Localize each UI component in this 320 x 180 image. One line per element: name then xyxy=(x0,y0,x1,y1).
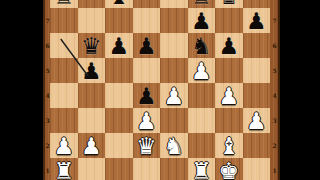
piece-white-rook: ♜ xyxy=(53,160,74,180)
square-c2[interactable] xyxy=(105,133,133,158)
square-c4[interactable] xyxy=(105,83,133,108)
rank-label-left-3: 3 xyxy=(44,117,51,124)
square-f8[interactable]: ♜ xyxy=(188,0,216,8)
piece-black-pawn: ♟ xyxy=(81,60,102,83)
piece-black-pawn: ♟ xyxy=(136,35,157,58)
piece-white-pawn: ♟ xyxy=(81,135,102,158)
piece-black-pawn: ♟ xyxy=(246,10,267,33)
piece-white-rook: ♜ xyxy=(191,160,212,180)
piece-black-pawn: ♟ xyxy=(218,35,239,58)
rank-label-left-2: 2 xyxy=(44,142,51,149)
square-a2[interactable]: ♟ xyxy=(50,133,78,158)
piece-white-knight: ♞ xyxy=(163,135,184,158)
square-c6[interactable]: ♟ xyxy=(105,33,133,58)
square-g3[interactable] xyxy=(215,108,243,133)
square-c3[interactable] xyxy=(105,108,133,133)
square-g2[interactable]: ♝ xyxy=(215,133,243,158)
square-a1[interactable]: ♜ xyxy=(50,158,78,180)
square-d4[interactable]: ♟ xyxy=(133,83,161,108)
rank-label-left-7: 7 xyxy=(44,17,51,24)
square-e5[interactable] xyxy=(160,58,188,83)
piece-black-king: ♚ xyxy=(218,0,239,8)
piece-white-king: ♚ xyxy=(218,160,239,180)
piece-white-pawn: ♟ xyxy=(163,85,184,108)
square-h6[interactable] xyxy=(243,33,271,58)
square-e7[interactable] xyxy=(160,8,188,33)
piece-white-pawn: ♟ xyxy=(246,110,267,133)
square-g6[interactable]: ♟ xyxy=(215,33,243,58)
piece-white-pawn: ♟ xyxy=(53,135,74,158)
piece-white-queen: ♛ xyxy=(136,135,157,158)
piece-black-pawn: ♟ xyxy=(136,85,157,108)
square-h3[interactable]: ♟ xyxy=(243,108,271,133)
square-d8[interactable] xyxy=(133,0,161,8)
square-d6[interactable]: ♟ xyxy=(133,33,161,58)
rank-label-right-3: 3 xyxy=(271,117,278,124)
piece-white-pawn: ♟ xyxy=(136,110,157,133)
square-b5[interactable]: ♟ xyxy=(78,58,106,83)
square-a7[interactable] xyxy=(50,8,78,33)
rank-label-right-2: 2 xyxy=(271,142,278,149)
square-a8[interactable]: ♜ xyxy=(50,0,78,8)
rank-label-left-5: 5 xyxy=(44,67,51,74)
square-e4[interactable]: ♟ xyxy=(160,83,188,108)
square-f6[interactable]: ♞ xyxy=(188,33,216,58)
square-b4[interactable] xyxy=(78,83,106,108)
rank-label-right-5: 5 xyxy=(271,67,278,74)
square-f4[interactable] xyxy=(188,83,216,108)
square-g5[interactable] xyxy=(215,58,243,83)
square-e2[interactable]: ♞ xyxy=(160,133,188,158)
piece-black-rook: ♜ xyxy=(191,0,212,8)
square-f3[interactable] xyxy=(188,108,216,133)
square-a5[interactable] xyxy=(50,58,78,83)
square-b8[interactable] xyxy=(78,0,106,8)
square-a4[interactable] xyxy=(50,83,78,108)
rank-label-right-6: 6 xyxy=(271,42,278,49)
piece-black-bishop: ♝ xyxy=(108,0,129,8)
rank-label-right-7: 7 xyxy=(271,17,278,24)
square-a6[interactable] xyxy=(50,33,78,58)
piece-black-pawn: ♟ xyxy=(191,10,212,33)
square-c7[interactable] xyxy=(105,8,133,33)
square-g7[interactable] xyxy=(215,8,243,33)
square-h8[interactable] xyxy=(243,0,271,8)
rank-label-left-6: 6 xyxy=(44,42,51,49)
square-c5[interactable] xyxy=(105,58,133,83)
piece-black-rook: ♜ xyxy=(53,0,74,8)
square-b6[interactable]: ♛ xyxy=(78,33,106,58)
square-h1[interactable] xyxy=(243,158,271,180)
chess-board: ♜♝♜♚♟♟♛♟♟♞♟♟♟♟♟♟♟♟♟♟♛♞♝♜♜♚ xyxy=(50,0,270,180)
square-e8[interactable] xyxy=(160,0,188,8)
square-b2[interactable]: ♟ xyxy=(78,133,106,158)
square-h7[interactable]: ♟ xyxy=(243,8,271,33)
square-d3[interactable]: ♟ xyxy=(133,108,161,133)
rank-label-right-1: 1 xyxy=(271,167,278,174)
square-a3[interactable] xyxy=(50,108,78,133)
square-c8[interactable]: ♝ xyxy=(105,0,133,8)
square-f1[interactable]: ♜ xyxy=(188,158,216,180)
square-g1[interactable]: ♚ xyxy=(215,158,243,180)
square-e3[interactable] xyxy=(160,108,188,133)
rank-label-left-1: 1 xyxy=(44,167,51,174)
square-b7[interactable] xyxy=(78,8,106,33)
piece-white-pawn: ♟ xyxy=(191,60,212,83)
square-e1[interactable] xyxy=(160,158,188,180)
square-f7[interactable]: ♟ xyxy=(188,8,216,33)
piece-white-bishop: ♝ xyxy=(218,135,239,158)
square-h2[interactable] xyxy=(243,133,271,158)
square-g4[interactable]: ♟ xyxy=(215,83,243,108)
square-b3[interactable] xyxy=(78,108,106,133)
square-d1[interactable] xyxy=(133,158,161,180)
letterbox-background: ♜♝♜♚♟♟♛♟♟♞♟♟♟♟♟♟♟♟♟♟♛♞♝♜♜♚ 8765432187654… xyxy=(0,0,320,180)
piece-white-pawn: ♟ xyxy=(218,85,239,108)
square-g8[interactable]: ♚ xyxy=(215,0,243,8)
square-e6[interactable] xyxy=(160,33,188,58)
square-f5[interactable]: ♟ xyxy=(188,58,216,83)
piece-black-pawn: ♟ xyxy=(108,35,129,58)
square-d2[interactable]: ♛ xyxy=(133,133,161,158)
square-c1[interactable] xyxy=(105,158,133,180)
square-h5[interactable] xyxy=(243,58,271,83)
square-f2[interactable] xyxy=(188,133,216,158)
square-b1[interactable] xyxy=(78,158,106,180)
rank-label-right-4: 4 xyxy=(271,92,278,99)
piece-black-queen: ♛ xyxy=(81,35,102,58)
piece-black-knight: ♞ xyxy=(191,35,212,58)
square-h4[interactable] xyxy=(243,83,271,108)
square-d5[interactable] xyxy=(133,58,161,83)
rank-label-left-4: 4 xyxy=(44,92,51,99)
square-d7[interactable] xyxy=(133,8,161,33)
